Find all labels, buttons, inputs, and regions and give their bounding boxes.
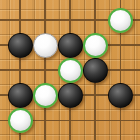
white-stone-winning[interactable] [58, 58, 83, 83]
gomoku-board[interactable] [0, 0, 140, 140]
black-stone[interactable] [8, 83, 33, 108]
white-stone-winning[interactable] [8, 108, 33, 133]
black-stone[interactable] [58, 33, 83, 58]
black-stone[interactable] [108, 83, 133, 108]
white-stone-winning[interactable] [33, 83, 58, 108]
white-stone-winning[interactable] [108, 8, 133, 33]
black-stone[interactable] [83, 58, 108, 83]
black-stone[interactable] [8, 33, 33, 58]
white-stone[interactable] [33, 33, 58, 58]
white-stone-winning[interactable] [83, 33, 108, 58]
black-stone[interactable] [58, 83, 83, 108]
